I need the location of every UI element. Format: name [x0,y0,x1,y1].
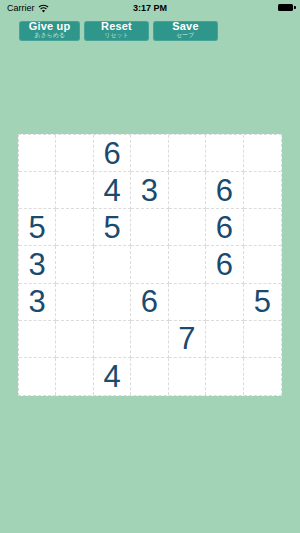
grid-cell-r3c6[interactable]: 6 [206,209,243,246]
battery-icon [278,4,296,11]
grid-cell-r6c6[interactable] [206,321,243,358]
save-sublabel: セーブ [176,32,194,38]
grid-cell-r1c6[interactable] [206,135,243,172]
grid-cell-r5c6[interactable] [206,284,243,321]
grid-cell-r2c2[interactable] [56,172,93,209]
grid-cell-r1c5[interactable] [169,135,206,172]
grid-cell-r4c7[interactable] [244,246,281,283]
grid-cell-r5c3[interactable] [94,284,131,321]
give-up-label: Give up [29,21,71,32]
grid-cell-r6c4[interactable] [131,321,168,358]
grid-cell-r1c7[interactable] [244,135,281,172]
status-bar: Carrier 3:17 PM [0,0,300,16]
save-label: Save [172,21,199,32]
grid-cell-r2c5[interactable] [169,172,206,209]
grid-cell-r1c2[interactable] [56,135,93,172]
grid-cell-r1c4[interactable] [131,135,168,172]
grid-cell-r3c2[interactable] [56,209,93,246]
save-button[interactable]: Save セーブ [153,21,218,41]
reset-label: Reset [101,21,132,32]
grid-cell-r3c5[interactable] [169,209,206,246]
grid-cell-r3c3[interactable]: 5 [94,209,131,246]
grid-cell-r3c4[interactable] [131,209,168,246]
grid-cell-r4c3[interactable] [94,246,131,283]
grid-cell-r6c2[interactable] [56,321,93,358]
grid-cell-r6c5[interactable]: 7 [169,321,206,358]
grid-cell-r3c7[interactable] [244,209,281,246]
grid-cell-r4c2[interactable] [56,246,93,283]
reset-button[interactable]: Reset リセット [84,21,149,41]
give-up-button[interactable]: Give up あきらめる [19,21,80,41]
puzzle-board: 64365563636574 [18,134,282,396]
grid-cell-r5c4[interactable]: 6 [131,284,168,321]
grid-cell-r4c4[interactable] [131,246,168,283]
grid-cell-r7c3[interactable]: 4 [94,358,131,395]
grid-cell-r5c5[interactable] [169,284,206,321]
clock-label: 3:17 PM [0,3,300,13]
grid-cell-r2c1[interactable] [19,172,56,209]
grid-cell-r2c7[interactable] [244,172,281,209]
grid-cell-r7c7[interactable] [244,358,281,395]
toolbar: Give up あきらめる Reset リセット Save セーブ [19,21,218,41]
grid-cell-r7c6[interactable] [206,358,243,395]
give-up-sublabel: あきらめる [34,32,65,38]
grid-cell-r6c1[interactable] [19,321,56,358]
grid-cell-r2c6[interactable]: 6 [206,172,243,209]
grid-cell-r7c5[interactable] [169,358,206,395]
grid-cell-r3c1[interactable]: 5 [19,209,56,246]
grid-cell-r5c1[interactable]: 3 [19,284,56,321]
grid-cell-r2c3[interactable]: 4 [94,172,131,209]
grid-cell-r7c4[interactable] [131,358,168,395]
grid-cell-r1c1[interactable] [19,135,56,172]
reset-sublabel: リセット [104,32,129,38]
grid-cell-r5c2[interactable] [56,284,93,321]
grid-cell-r1c3[interactable]: 6 [94,135,131,172]
grid-cell-r7c2[interactable] [56,358,93,395]
grid-cell-r4c5[interactable] [169,246,206,283]
grid-cell-r7c1[interactable] [19,358,56,395]
grid-cell-r6c7[interactable] [244,321,281,358]
grid-cell-r2c4[interactable]: 3 [131,172,168,209]
grid-cell-r4c1[interactable]: 3 [19,246,56,283]
grid-cell-r4c6[interactable]: 6 [206,246,243,283]
grid-cell-r5c7[interactable]: 5 [244,284,281,321]
grid-cell-r6c3[interactable] [94,321,131,358]
